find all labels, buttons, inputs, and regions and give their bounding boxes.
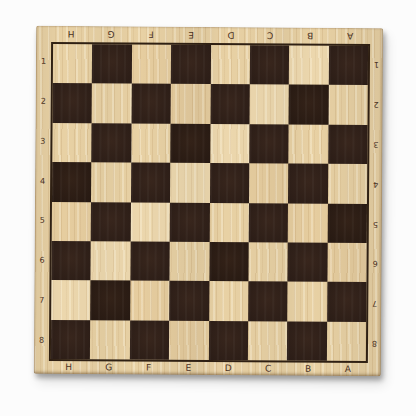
square-a7[interactable] — [327, 282, 367, 322]
page-background: HGFEDCBA HGFEDCBA 12345678 12345678 — [0, 0, 416, 416]
square-c7[interactable] — [248, 282, 288, 322]
square-d3[interactable] — [210, 124, 250, 164]
chessboard: HGFEDCBA HGFEDCBA 12345678 12345678 — [34, 26, 383, 376]
rank-label-right-7: 7 — [368, 283, 381, 323]
square-f4[interactable] — [131, 163, 171, 203]
square-d7[interactable] — [209, 281, 249, 321]
rank-label-right-2: 2 — [370, 84, 383, 124]
square-e4[interactable] — [170, 163, 210, 203]
square-e2[interactable] — [171, 84, 211, 124]
file-label-bottom-a: A — [328, 363, 368, 376]
rank-label-right-8: 8 — [368, 323, 381, 363]
square-a3[interactable] — [328, 125, 368, 165]
rank-label-right-5: 5 — [369, 204, 382, 244]
square-f3[interactable] — [131, 123, 171, 163]
square-d6[interactable] — [209, 242, 249, 282]
rank-label-right-4: 4 — [369, 164, 382, 204]
file-label-top-a: A — [330, 28, 370, 44]
square-g7[interactable] — [91, 280, 131, 320]
rank-label-left-3: 3 — [35, 122, 50, 162]
file-labels-bottom: HGFEDCBA — [49, 361, 368, 376]
rank-label-left-8: 8 — [34, 321, 49, 361]
square-g8[interactable] — [90, 320, 130, 360]
square-b2[interactable] — [289, 85, 329, 125]
rank-label-left-2: 2 — [36, 82, 51, 122]
square-e3[interactable] — [170, 123, 210, 163]
file-label-bottom-c: C — [248, 362, 288, 375]
square-d8[interactable] — [208, 321, 248, 361]
square-d5[interactable] — [209, 203, 249, 243]
square-f2[interactable] — [131, 84, 171, 124]
file-label-top-d: D — [211, 27, 251, 43]
square-b5[interactable] — [288, 203, 328, 243]
square-c1[interactable] — [250, 45, 290, 85]
rank-label-left-5: 5 — [35, 201, 50, 241]
square-b1[interactable] — [289, 46, 329, 86]
file-label-bottom-g: G — [89, 361, 129, 374]
square-a5[interactable] — [327, 203, 367, 243]
board-grid — [49, 42, 370, 363]
square-c2[interactable] — [249, 85, 289, 125]
square-c3[interactable] — [249, 124, 289, 164]
rank-label-right-6: 6 — [368, 243, 381, 283]
square-g6[interactable] — [91, 241, 131, 281]
rank-label-left-1: 1 — [36, 42, 51, 82]
square-h1[interactable] — [53, 44, 93, 84]
square-f5[interactable] — [130, 202, 170, 242]
square-h7[interactable] — [51, 280, 91, 320]
square-b4[interactable] — [288, 164, 328, 204]
rank-label-left-4: 4 — [35, 161, 50, 201]
file-label-bottom-f: F — [129, 361, 169, 374]
square-f1[interactable] — [132, 44, 172, 84]
square-e8[interactable] — [169, 320, 209, 360]
square-b6[interactable] — [288, 242, 328, 282]
square-c5[interactable] — [249, 203, 289, 243]
square-d1[interactable] — [210, 45, 250, 85]
file-label-top-e: E — [171, 27, 211, 43]
square-g4[interactable] — [91, 162, 131, 202]
square-e7[interactable] — [169, 281, 209, 321]
square-a8[interactable] — [327, 321, 367, 361]
rank-label-left-6: 6 — [34, 241, 49, 281]
square-f8[interactable] — [130, 320, 170, 360]
file-label-top-b: B — [290, 28, 330, 44]
square-b7[interactable] — [287, 282, 327, 322]
square-h8[interactable] — [51, 320, 91, 360]
square-f7[interactable] — [130, 281, 170, 321]
file-label-top-f: F — [131, 26, 171, 42]
square-c8[interactable] — [248, 321, 288, 361]
square-a2[interactable] — [328, 85, 368, 125]
file-label-top-c: C — [250, 27, 290, 43]
rank-label-right-1: 1 — [370, 44, 383, 84]
square-d4[interactable] — [209, 163, 249, 203]
square-a1[interactable] — [328, 46, 368, 86]
square-e6[interactable] — [170, 242, 210, 282]
square-g2[interactable] — [92, 84, 132, 124]
square-c6[interactable] — [248, 242, 288, 282]
rank-label-right-3: 3 — [369, 124, 382, 164]
square-c4[interactable] — [249, 163, 289, 203]
square-d2[interactable] — [210, 84, 250, 124]
square-b8[interactable] — [287, 321, 327, 361]
square-f6[interactable] — [130, 241, 170, 281]
file-label-top-h: H — [51, 26, 91, 42]
square-h4[interactable] — [52, 162, 92, 202]
square-g5[interactable] — [91, 202, 131, 242]
rank-label-left-7: 7 — [34, 281, 49, 321]
square-h2[interactable] — [53, 83, 93, 123]
square-e5[interactable] — [170, 202, 210, 242]
square-a4[interactable] — [328, 164, 368, 204]
file-label-bottom-h: H — [49, 361, 89, 374]
square-h6[interactable] — [51, 241, 91, 281]
file-label-bottom-d: D — [208, 362, 248, 375]
square-a6[interactable] — [327, 243, 367, 283]
file-label-bottom-b: B — [288, 363, 328, 376]
square-e1[interactable] — [171, 45, 211, 85]
square-b3[interactable] — [289, 124, 329, 164]
file-label-bottom-e: E — [168, 362, 208, 375]
rank-labels-right: 12345678 — [368, 44, 383, 363]
square-h5[interactable] — [52, 201, 92, 241]
square-g1[interactable] — [92, 44, 132, 84]
square-g3[interactable] — [92, 123, 132, 163]
file-label-top-g: G — [91, 26, 131, 42]
square-h3[interactable] — [52, 123, 92, 163]
